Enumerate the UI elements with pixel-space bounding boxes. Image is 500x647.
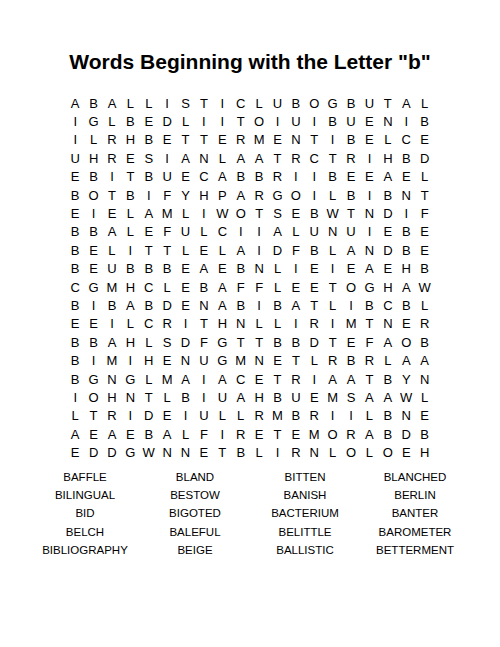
grid-cell: I xyxy=(250,223,268,241)
grid-cell: C xyxy=(379,296,397,314)
grid-cell: E xyxy=(342,333,360,351)
grid-cell: L xyxy=(415,168,433,186)
grid-cell: L xyxy=(213,241,231,259)
grid-cell: B xyxy=(66,223,84,241)
grid-cell: I xyxy=(176,315,194,333)
grid-cell: D xyxy=(84,443,102,461)
grid-cell: A xyxy=(66,94,84,112)
grid-cell: L xyxy=(268,315,286,333)
grid-cell: R xyxy=(342,149,360,167)
grid-cell: D xyxy=(379,204,397,222)
word-list-item: BLAND xyxy=(140,468,250,486)
grid-cell: H xyxy=(121,333,139,351)
word-list-item: BESTOW xyxy=(140,486,250,504)
grid-cell: N xyxy=(250,351,268,369)
grid-cell: A xyxy=(232,186,250,204)
grid-cell: T xyxy=(103,186,121,204)
word-search-page: Words Beginning with the Letter "b" ABAL… xyxy=(0,0,500,647)
grid-cell: I xyxy=(121,351,139,369)
grid-cell: T xyxy=(342,204,360,222)
grid-cell: L xyxy=(140,94,158,112)
grid-cell: L xyxy=(66,407,84,425)
grid-cell: D xyxy=(140,407,158,425)
grid-cell: I xyxy=(305,112,323,130)
grid-cell: I xyxy=(213,425,231,443)
grid-cell: T xyxy=(360,370,378,388)
grid-cell: O xyxy=(84,388,102,406)
grid-cell: L xyxy=(176,112,194,130)
grid-cell: A xyxy=(415,351,433,369)
grid-cell: A xyxy=(176,370,194,388)
grid-cell: I xyxy=(103,168,121,186)
grid-cell: B xyxy=(121,260,139,278)
grid-cell: I xyxy=(66,388,84,406)
grid-cell: B xyxy=(397,149,415,167)
grid-cell: A xyxy=(121,296,139,314)
grid-cell: H xyxy=(121,131,139,149)
grid-cell: I xyxy=(158,149,176,167)
grid-cell: R xyxy=(103,149,121,167)
grid-cell: L xyxy=(213,407,231,425)
grid-cell: B xyxy=(66,260,84,278)
grid-cell: L xyxy=(158,278,176,296)
grid-cell: D xyxy=(103,443,121,461)
grid-cell: C xyxy=(140,278,158,296)
grid-cell: B xyxy=(268,333,286,351)
grid-cell: I xyxy=(232,223,250,241)
grid-cell: E xyxy=(415,223,433,241)
grid-cell: A xyxy=(397,278,415,296)
grid-cell: A xyxy=(232,149,250,167)
grid-cell: H xyxy=(415,443,433,461)
grid-cell: B xyxy=(415,112,433,130)
grid-cell: G xyxy=(213,333,231,351)
grid-cell: T xyxy=(121,168,139,186)
grid-cell: O xyxy=(342,443,360,461)
grid-cell: E xyxy=(84,260,102,278)
grid-cell: N xyxy=(379,112,397,130)
grid-cell: B xyxy=(232,168,250,186)
grid-cell: U xyxy=(213,388,231,406)
grid-cell: E xyxy=(66,443,84,461)
grid-cell: D xyxy=(268,241,286,259)
grid-cell: T xyxy=(323,149,341,167)
grid-cell: L xyxy=(140,370,158,388)
grid-cell: I xyxy=(305,370,323,388)
grid-cell: I xyxy=(268,112,286,130)
grid-cell: E xyxy=(287,425,305,443)
grid-cell: B xyxy=(158,260,176,278)
grid-cell: G xyxy=(84,278,102,296)
grid-cell: I xyxy=(213,94,231,112)
grid-cell: B xyxy=(415,333,433,351)
grid-cell: A xyxy=(360,260,378,278)
grid-cell: B xyxy=(232,296,250,314)
grid-cell: L xyxy=(250,443,268,461)
grid-cell: T xyxy=(323,278,341,296)
grid-cell: E xyxy=(397,443,415,461)
grid-cell: L xyxy=(140,333,158,351)
grid-cell: R xyxy=(342,425,360,443)
grid-cell: O xyxy=(232,204,250,222)
grid-cell: B xyxy=(232,443,250,461)
grid-cell: A xyxy=(176,149,194,167)
grid-cell: M xyxy=(158,370,176,388)
grid-cell: U xyxy=(287,388,305,406)
grid-cell: E xyxy=(84,241,102,259)
word-list-item: BETTERMENT xyxy=(360,541,470,559)
grid-cell: B xyxy=(323,112,341,130)
grid-cell: T xyxy=(195,315,213,333)
grid-cell: T xyxy=(360,315,378,333)
grid-cell: W xyxy=(415,278,433,296)
grid-cell: A xyxy=(103,333,121,351)
grid-cell: U xyxy=(66,149,84,167)
grid-cell: S xyxy=(342,388,360,406)
grid-cell: E xyxy=(360,112,378,130)
word-list-item: BAFFLE xyxy=(30,468,140,486)
grid-cell: L xyxy=(232,407,250,425)
letter-grid: ABALLISTICLUBOGBUTALIGLBEDLIITOIUIBUENIB… xyxy=(66,94,434,462)
grid-cell: L xyxy=(323,296,341,314)
grid-cell: A xyxy=(213,370,231,388)
grid-cell: M xyxy=(342,315,360,333)
grid-cell: R xyxy=(158,315,176,333)
grid-cell: N xyxy=(305,443,323,461)
grid-cell: I xyxy=(323,131,341,149)
puzzle-title: Words Beginning with the Letter "b" xyxy=(0,50,500,74)
grid-cell: E xyxy=(305,278,323,296)
grid-cell: A xyxy=(66,425,84,443)
grid-cell: N xyxy=(232,315,250,333)
grid-cell: I xyxy=(360,186,378,204)
grid-cell: L xyxy=(176,204,194,222)
grid-cell: R xyxy=(287,370,305,388)
grid-cell: E xyxy=(84,425,102,443)
grid-cell: F xyxy=(232,278,250,296)
grid-cell: E xyxy=(84,315,102,333)
grid-cell: N xyxy=(195,149,213,167)
grid-cell: G xyxy=(84,370,102,388)
grid-cell: B xyxy=(84,223,102,241)
grid-cell: E xyxy=(250,370,268,388)
grid-cell: I xyxy=(287,260,305,278)
grid-cell: E xyxy=(268,131,286,149)
grid-cell: T xyxy=(379,94,397,112)
word-list-item: BEIGE xyxy=(140,541,250,559)
grid-cell: W xyxy=(397,388,415,406)
grid-cell: T xyxy=(158,241,176,259)
grid-cell: B xyxy=(287,333,305,351)
grid-cell: M xyxy=(250,131,268,149)
grid-cell: E xyxy=(397,315,415,333)
grid-cell: T xyxy=(176,131,194,149)
grid-cell: L xyxy=(103,112,121,130)
grid-cell: E xyxy=(158,351,176,369)
grid-cell: B xyxy=(121,112,139,130)
grid-cell: I xyxy=(287,315,305,333)
grid-cell: E xyxy=(287,278,305,296)
grid-cell: N xyxy=(103,370,121,388)
grid-cell: A xyxy=(323,370,341,388)
grid-cell: D xyxy=(158,112,176,130)
grid-cell: I xyxy=(66,112,84,130)
grid-cell: E xyxy=(415,131,433,149)
grid-cell: I xyxy=(397,112,415,130)
grid-cell: W xyxy=(323,204,341,222)
grid-cell: A xyxy=(342,241,360,259)
grid-cell: R xyxy=(250,407,268,425)
grid-cell: E xyxy=(140,112,158,130)
grid-cell: C xyxy=(305,149,323,167)
grid-cell: U xyxy=(103,260,121,278)
grid-cell: B xyxy=(342,131,360,149)
grid-cell: I xyxy=(360,149,378,167)
grid-cell: E xyxy=(66,204,84,222)
grid-cell: E xyxy=(176,278,194,296)
grid-cell: L xyxy=(158,388,176,406)
grid-cell: R xyxy=(323,351,341,369)
grid-cell: B xyxy=(323,168,341,186)
word-list-column: BLANCHEDBERLINBANTERBAROMETERBETTERMENT xyxy=(360,468,470,559)
grid-cell: E xyxy=(397,168,415,186)
grid-cell: A xyxy=(342,370,360,388)
grid-cell: M xyxy=(323,388,341,406)
grid-cell: W xyxy=(213,204,231,222)
grid-cell: B xyxy=(415,260,433,278)
grid-cell: I xyxy=(287,168,305,186)
grid-cell: L xyxy=(121,315,139,333)
grid-cell: B xyxy=(66,333,84,351)
grid-cell: U xyxy=(360,94,378,112)
grid-cell: E xyxy=(121,149,139,167)
grid-cell: B xyxy=(232,260,250,278)
grid-cell: H xyxy=(195,186,213,204)
grid-cell: R xyxy=(287,149,305,167)
grid-cell: F xyxy=(195,333,213,351)
grid-cell: I xyxy=(250,296,268,314)
grid-cell: L xyxy=(213,149,231,167)
grid-cell: E xyxy=(213,131,231,149)
grid-cell: G xyxy=(121,370,139,388)
grid-cell: L xyxy=(305,351,323,369)
grid-cell: M xyxy=(103,278,121,296)
grid-cell: N xyxy=(176,351,194,369)
grid-cell: B xyxy=(176,388,194,406)
grid-cell: B xyxy=(415,425,433,443)
grid-cell: A xyxy=(360,388,378,406)
grid-cell: Y xyxy=(176,186,194,204)
word-list-column: BAFFLEBILINGUALBIDBELCHBIBLIOGRAPHY xyxy=(30,468,140,559)
grid-cell: T xyxy=(305,296,323,314)
grid-cell: L xyxy=(121,223,139,241)
grid-cell: L xyxy=(323,186,341,204)
grid-cell: I xyxy=(342,296,360,314)
grid-cell: Y xyxy=(397,370,415,388)
grid-cell: B xyxy=(84,94,102,112)
grid-cell: F xyxy=(158,223,176,241)
grid-cell: C xyxy=(195,168,213,186)
grid-cell: T xyxy=(305,131,323,149)
grid-cell: B xyxy=(305,204,323,222)
grid-cell: B xyxy=(121,186,139,204)
grid-cell: G xyxy=(84,112,102,130)
grid-cell: T xyxy=(287,351,305,369)
grid-cell: T xyxy=(250,333,268,351)
grid-cell: I xyxy=(195,204,213,222)
grid-cell: F xyxy=(287,241,305,259)
grid-cell: E xyxy=(305,388,323,406)
grid-cell: C xyxy=(140,315,158,333)
word-list-item: BID xyxy=(30,504,140,522)
grid-cell: N xyxy=(250,260,268,278)
grid-cell: D xyxy=(158,296,176,314)
grid-cell: E xyxy=(268,351,286,369)
grid-cell: A xyxy=(103,425,121,443)
grid-cell: N xyxy=(397,407,415,425)
grid-cell: B xyxy=(66,351,84,369)
word-list: BAFFLEBILINGUALBIDBELCHBIBLIOGRAPHYBLAND… xyxy=(30,468,470,559)
word-list-item: BAROMETER xyxy=(360,523,470,541)
grid-cell: L xyxy=(360,407,378,425)
word-list-item: BANISH xyxy=(250,486,360,504)
grid-cell: L xyxy=(268,278,286,296)
grid-cell: G xyxy=(268,186,286,204)
grid-cell: D xyxy=(379,241,397,259)
grid-cell: I xyxy=(305,168,323,186)
grid-cell: E xyxy=(176,168,194,186)
grid-cell: H xyxy=(84,149,102,167)
grid-cell: M xyxy=(103,351,121,369)
grid-cell: I xyxy=(195,112,213,130)
grid-cell: T xyxy=(140,241,158,259)
grid-cell: I xyxy=(195,388,213,406)
grid-cell: I xyxy=(250,241,268,259)
grid-cell: B xyxy=(379,186,397,204)
grid-cell: A xyxy=(250,149,268,167)
grid-cell: U xyxy=(305,223,323,241)
grid-cell: L xyxy=(84,131,102,149)
grid-cell: T xyxy=(213,443,231,461)
grid-cell: A xyxy=(397,94,415,112)
grid-cell: M xyxy=(158,204,176,222)
grid-cell: B xyxy=(140,260,158,278)
grid-cell: T xyxy=(268,149,286,167)
grid-cell: E xyxy=(195,241,213,259)
grid-cell: L xyxy=(268,260,286,278)
grid-cell: O xyxy=(379,443,397,461)
grid-cell: L xyxy=(176,241,194,259)
grid-cell: G xyxy=(121,443,139,461)
grid-cell: E xyxy=(287,204,305,222)
grid-cell: E xyxy=(66,315,84,333)
grid-cell: B xyxy=(66,241,84,259)
grid-cell: E xyxy=(195,443,213,461)
grid-cell: T xyxy=(268,425,286,443)
grid-cell: G xyxy=(323,94,341,112)
grid-cell: I xyxy=(195,370,213,388)
grid-cell: T xyxy=(323,333,341,351)
grid-cell: E xyxy=(213,260,231,278)
grid-cell: M xyxy=(232,351,250,369)
grid-cell: S xyxy=(268,204,286,222)
grid-cell: U xyxy=(287,112,305,130)
grid-cell: A xyxy=(379,168,397,186)
word-list-item: BELCH xyxy=(30,523,140,541)
grid-cell: B xyxy=(342,351,360,369)
grid-cell: B xyxy=(84,333,102,351)
word-list-item: BELITTLE xyxy=(250,523,360,541)
grid-cell: A xyxy=(213,168,231,186)
grid-cell: I xyxy=(323,407,341,425)
grid-cell: I xyxy=(66,131,84,149)
grid-cell: N xyxy=(158,443,176,461)
grid-cell: T xyxy=(232,333,250,351)
grid-cell: N xyxy=(323,223,341,241)
word-list-item: BLANCHED xyxy=(360,468,470,486)
grid-cell: A xyxy=(287,296,305,314)
grid-cell: R xyxy=(250,186,268,204)
grid-cell: I xyxy=(323,260,341,278)
grid-cell: F xyxy=(360,333,378,351)
grid-cell: H xyxy=(121,278,139,296)
grid-cell: I xyxy=(103,315,121,333)
grid-cell: T xyxy=(84,407,102,425)
grid-cell: L xyxy=(195,223,213,241)
grid-cell: T xyxy=(140,388,158,406)
grid-cell: B xyxy=(140,425,158,443)
grid-cell: I xyxy=(121,241,139,259)
grid-cell: B xyxy=(140,296,158,314)
grid-cell: U xyxy=(158,168,176,186)
grid-cell: E xyxy=(342,260,360,278)
grid-cell: I xyxy=(140,186,158,204)
grid-cell: L xyxy=(103,241,121,259)
grid-cell: N xyxy=(397,186,415,204)
word-list-item: BERLIN xyxy=(360,486,470,504)
grid-cell: T xyxy=(415,186,433,204)
grid-cell: B xyxy=(305,241,323,259)
grid-cell: B xyxy=(287,407,305,425)
grid-cell: B xyxy=(342,94,360,112)
grid-cell: R xyxy=(103,407,121,425)
grid-cell: B xyxy=(268,296,286,314)
grid-cell: H xyxy=(379,149,397,167)
grid-cell: F xyxy=(250,278,268,296)
grid-cell: R xyxy=(268,168,286,186)
grid-cell: B xyxy=(140,168,158,186)
grid-cell: O xyxy=(323,425,341,443)
grid-cell: B xyxy=(66,296,84,314)
grid-cell: N xyxy=(379,315,397,333)
grid-cell: U xyxy=(195,351,213,369)
grid-cell: O xyxy=(84,186,102,204)
grid-cell: E xyxy=(360,131,378,149)
grid-cell: F xyxy=(195,425,213,443)
grid-cell: S xyxy=(158,333,176,351)
grid-cell: E xyxy=(250,425,268,443)
grid-cell: O xyxy=(342,278,360,296)
grid-cell: L xyxy=(121,204,139,222)
grid-cell: M xyxy=(268,407,286,425)
grid-cell: L xyxy=(415,296,433,314)
grid-cell: E xyxy=(379,260,397,278)
grid-cell: B xyxy=(66,370,84,388)
grid-cell: B xyxy=(66,186,84,204)
grid-cell: B xyxy=(140,131,158,149)
grid-cell: O xyxy=(305,94,323,112)
grid-cell: C xyxy=(232,94,250,112)
